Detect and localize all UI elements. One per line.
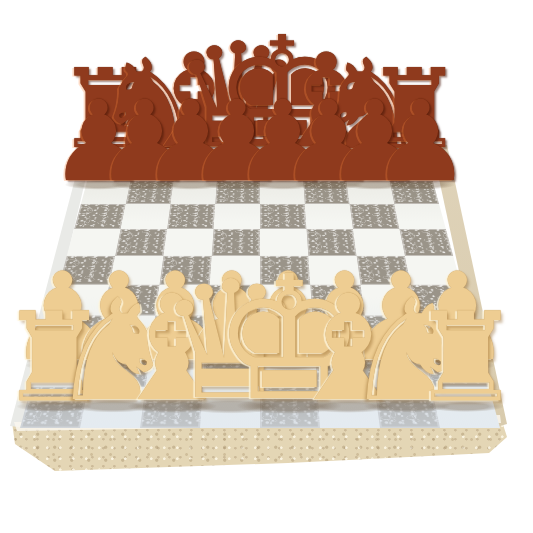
piece-white-rook-h1: ♜ — [410, 296, 521, 419]
chess-photo-scene: ♜♞♝♛♚♝♞♜♟♟♟♟♟♟♟♟♟♟♟♟♟♟♟♟♜♞♝♛♚♝♞♜ — [0, 0, 533, 533]
piece-black-pawn-h7: ♟ — [371, 85, 471, 196]
pieces-layer: ♜♞♝♛♚♝♞♜♟♟♟♟♟♟♟♟♟♟♟♟♟♟♟♟♜♞♝♛♚♝♞♜ — [0, 0, 533, 533]
